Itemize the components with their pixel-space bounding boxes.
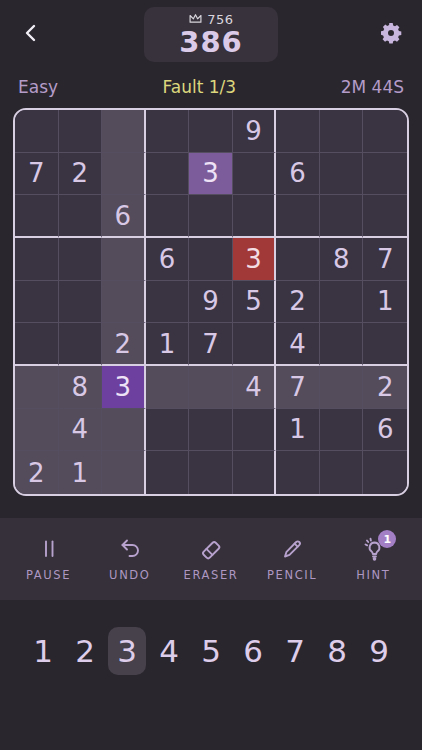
cell-r3c2[interactable] bbox=[59, 195, 103, 238]
number-pad: 123456789 bbox=[0, 620, 422, 682]
cell-r3c6[interactable] bbox=[233, 195, 277, 238]
cell-r8c7[interactable]: 1 bbox=[276, 409, 320, 452]
eraser-icon bbox=[198, 536, 224, 562]
numpad-key-8[interactable]: 8 bbox=[318, 627, 356, 675]
cell-r2c6[interactable] bbox=[233, 153, 277, 196]
cell-r8c8[interactable] bbox=[320, 409, 364, 452]
score-panel: 756 386 bbox=[144, 7, 278, 62]
cell-r9c6[interactable] bbox=[233, 451, 277, 494]
cell-r1c4[interactable] bbox=[146, 110, 190, 153]
back-chevron-icon bbox=[20, 22, 42, 48]
numpad-key-2[interactable]: 2 bbox=[66, 627, 104, 675]
cell-r8c6[interactable] bbox=[233, 409, 277, 452]
cell-r7c1[interactable] bbox=[15, 366, 59, 409]
cell-r8c9[interactable]: 6 bbox=[363, 409, 407, 452]
cell-r4c7[interactable] bbox=[276, 238, 320, 281]
cell-r6c4[interactable]: 1 bbox=[146, 323, 190, 366]
toolbar: PAUSE UNDO ERASER P bbox=[0, 518, 422, 600]
cell-r5c4[interactable] bbox=[146, 281, 190, 324]
pause-icon bbox=[36, 536, 62, 562]
cell-r3c7[interactable] bbox=[276, 195, 320, 238]
numpad-key-5[interactable]: 5 bbox=[192, 627, 230, 675]
numpad-key-9[interactable]: 9 bbox=[360, 627, 398, 675]
cell-r3c5[interactable] bbox=[189, 195, 233, 238]
cell-r8c2[interactable]: 4 bbox=[59, 409, 103, 452]
cell-r9c2[interactable]: 1 bbox=[59, 451, 103, 494]
header: 756 386 bbox=[0, 0, 422, 66]
cell-r5c1[interactable] bbox=[15, 281, 59, 324]
numpad-key-3[interactable]: 3 bbox=[108, 627, 146, 675]
cell-r5c5[interactable]: 9 bbox=[189, 281, 233, 324]
cell-r7c6[interactable]: 4 bbox=[233, 366, 277, 409]
cell-r4c9[interactable]: 7 bbox=[363, 238, 407, 281]
hint-count-badge: 1 bbox=[378, 530, 396, 548]
cell-r6c3[interactable]: 2 bbox=[102, 323, 146, 366]
cell-r9c7[interactable] bbox=[276, 451, 320, 494]
cell-r1c3[interactable] bbox=[102, 110, 146, 153]
cell-r4c6[interactable]: 3 bbox=[233, 238, 277, 281]
cell-r1c8[interactable] bbox=[320, 110, 364, 153]
cell-r2c1[interactable]: 7 bbox=[15, 153, 59, 196]
eraser-label: ERASER bbox=[184, 568, 239, 582]
cell-r3c4[interactable] bbox=[146, 195, 190, 238]
undo-label: UNDO bbox=[109, 568, 150, 582]
pause-button[interactable]: PAUSE bbox=[18, 536, 80, 582]
cell-r6c8[interactable] bbox=[320, 323, 364, 366]
cell-r5c3[interactable] bbox=[102, 281, 146, 324]
cell-r6c6[interactable] bbox=[233, 323, 277, 366]
cell-r9c5[interactable] bbox=[189, 451, 233, 494]
cell-r1c7[interactable] bbox=[276, 110, 320, 153]
cell-r3c9[interactable] bbox=[363, 195, 407, 238]
cell-r7c4[interactable] bbox=[146, 366, 190, 409]
back-button[interactable] bbox=[16, 20, 46, 50]
cell-r8c4[interactable] bbox=[146, 409, 190, 452]
cell-r2c7[interactable]: 6 bbox=[276, 153, 320, 196]
cell-r9c3[interactable] bbox=[102, 451, 146, 494]
fault-counter: Fault 1/3 bbox=[163, 77, 237, 97]
cell-r8c1[interactable] bbox=[15, 409, 59, 452]
cell-r7c8[interactable] bbox=[320, 366, 364, 409]
pencil-button[interactable]: PENCIL bbox=[261, 536, 323, 582]
hint-bulb-icon: 1 bbox=[360, 536, 386, 562]
cell-r4c8[interactable]: 8 bbox=[320, 238, 364, 281]
cell-r6c9[interactable] bbox=[363, 323, 407, 366]
cell-r5c9[interactable]: 1 bbox=[363, 281, 407, 324]
cell-r6c5[interactable]: 7 bbox=[189, 323, 233, 366]
status-bar: Easy Fault 1/3 2M 44S bbox=[0, 66, 422, 108]
cell-r2c3[interactable] bbox=[102, 153, 146, 196]
cell-r6c2[interactable] bbox=[59, 323, 103, 366]
pencil-label: PENCIL bbox=[267, 568, 317, 582]
cell-r1c5[interactable] bbox=[189, 110, 233, 153]
cell-r5c6[interactable]: 5 bbox=[233, 281, 277, 324]
cell-r7c9[interactable]: 2 bbox=[363, 366, 407, 409]
numpad-key-7[interactable]: 7 bbox=[276, 627, 314, 675]
cell-r9c8[interactable] bbox=[320, 451, 364, 494]
cell-r7c3[interactable]: 3 bbox=[102, 366, 146, 409]
hint-button[interactable]: 1 HINT bbox=[342, 536, 404, 582]
cell-r4c5[interactable] bbox=[189, 238, 233, 281]
cell-r8c5[interactable] bbox=[189, 409, 233, 452]
cell-r4c4[interactable]: 6 bbox=[146, 238, 190, 281]
pause-label: PAUSE bbox=[26, 568, 71, 582]
cell-r4c2[interactable] bbox=[59, 238, 103, 281]
difficulty-label: Easy bbox=[18, 77, 58, 97]
cell-r9c9[interactable] bbox=[363, 451, 407, 494]
cell-r1c1[interactable] bbox=[15, 110, 59, 153]
cell-r9c1[interactable]: 2 bbox=[15, 451, 59, 494]
eraser-button[interactable]: ERASER bbox=[180, 536, 242, 582]
cell-r7c5[interactable] bbox=[189, 366, 233, 409]
cell-r1c6[interactable]: 9 bbox=[233, 110, 277, 153]
undo-icon bbox=[117, 536, 143, 562]
numpad-key-1[interactable]: 1 bbox=[24, 627, 62, 675]
settings-button[interactable] bbox=[376, 20, 406, 50]
cell-r2c5[interactable]: 3 bbox=[189, 153, 233, 196]
cell-r7c2[interactable]: 8 bbox=[59, 366, 103, 409]
numpad-key-4[interactable]: 4 bbox=[150, 627, 188, 675]
cell-r3c8[interactable] bbox=[320, 195, 364, 238]
cell-r5c7[interactable]: 2 bbox=[276, 281, 320, 324]
numpad-key-6[interactable]: 6 bbox=[234, 627, 272, 675]
cell-r2c4[interactable] bbox=[146, 153, 190, 196]
cell-r4c1[interactable] bbox=[15, 238, 59, 281]
cell-r3c1[interactable] bbox=[15, 195, 59, 238]
cell-r2c9[interactable] bbox=[363, 153, 407, 196]
cell-r3c3[interactable]: 6 bbox=[102, 195, 146, 238]
cell-r1c9[interactable] bbox=[363, 110, 407, 153]
pencil-icon bbox=[279, 536, 305, 562]
score-value: 386 bbox=[179, 27, 243, 57]
cell-r7c7[interactable]: 7 bbox=[276, 366, 320, 409]
sudoku-board: 9723666387952121748347241621 bbox=[13, 108, 409, 496]
cell-r6c1[interactable] bbox=[15, 323, 59, 366]
cell-r5c2[interactable] bbox=[59, 281, 103, 324]
cell-r9c4[interactable] bbox=[146, 451, 190, 494]
undo-button[interactable]: UNDO bbox=[99, 536, 161, 582]
timer: 2M 44S bbox=[341, 77, 404, 97]
crown-count: 756 bbox=[207, 13, 233, 26]
cell-r5c8[interactable] bbox=[320, 281, 364, 324]
cell-r6c7[interactable]: 4 bbox=[276, 323, 320, 366]
hint-label: HINT bbox=[356, 568, 390, 582]
cell-r1c2[interactable] bbox=[59, 110, 103, 153]
gear-icon bbox=[379, 21, 403, 49]
cell-r2c8[interactable] bbox=[320, 153, 364, 196]
cell-r4c3[interactable] bbox=[102, 238, 146, 281]
cell-r2c2[interactable]: 2 bbox=[59, 153, 103, 196]
cell-r8c3[interactable] bbox=[102, 409, 146, 452]
